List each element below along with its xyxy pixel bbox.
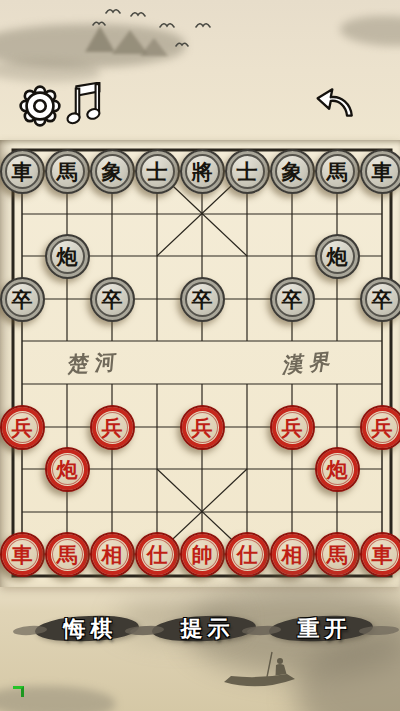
piece-black-advisor[interactable]: 士	[135, 149, 180, 194]
boat-illustration	[222, 648, 297, 698]
piece-black-horse[interactable]: 馬	[315, 149, 360, 194]
piece-black-soldier[interactable]: 卒	[270, 277, 315, 322]
piece-black-chariot[interactable]: 車	[360, 149, 400, 194]
undo-arrow-icon	[315, 86, 357, 120]
fps-marker	[13, 686, 24, 697]
music-button[interactable]	[64, 82, 104, 126]
river-label-han: 漢界	[281, 346, 339, 379]
piece-black-soldier[interactable]: 卒	[0, 277, 45, 322]
piece-red-soldier[interactable]: 兵	[360, 405, 400, 450]
piece-red-advisor[interactable]: 仕	[225, 532, 270, 577]
piece-black-soldier[interactable]: 卒	[360, 277, 400, 322]
restart-label: 重开	[257, 610, 387, 648]
piece-black-horse[interactable]: 馬	[45, 149, 90, 194]
piece-red-chariot[interactable]: 車	[360, 532, 400, 577]
piece-red-soldier[interactable]: 兵	[180, 405, 225, 450]
xiangqi-board[interactable]	[0, 140, 400, 587]
piece-red-general[interactable]: 帥	[180, 532, 225, 577]
river-label-chu: 楚河	[67, 348, 123, 379]
piece-red-advisor[interactable]: 仕	[135, 532, 180, 577]
piece-red-cannon[interactable]: 炮	[45, 447, 90, 492]
piece-red-chariot[interactable]: 車	[0, 532, 45, 577]
piece-black-elephant[interactable]: 象	[90, 149, 135, 194]
piece-black-cannon[interactable]: 炮	[45, 234, 90, 279]
piece-black-chariot[interactable]: 車	[0, 149, 45, 194]
piece-red-elephant[interactable]: 相	[90, 532, 135, 577]
piece-black-advisor[interactable]: 士	[225, 149, 270, 194]
piece-black-elephant[interactable]: 象	[270, 149, 315, 194]
piece-red-horse[interactable]: 馬	[45, 532, 90, 577]
music-note-icon	[65, 82, 103, 126]
piece-red-soldier[interactable]: 兵	[0, 405, 45, 450]
piece-black-soldier[interactable]: 卒	[180, 277, 225, 322]
game-screen: 楚河 漢界 車馬象士將士象馬車炮炮卒卒卒卒卒兵兵兵兵兵炮炮車馬相仕帥仕相馬車 悔…	[0, 0, 400, 711]
undo-button[interactable]	[314, 86, 358, 122]
piece-red-soldier[interactable]: 兵	[270, 405, 315, 450]
piece-black-general[interactable]: 將	[180, 149, 225, 194]
restart-button[interactable]: 重开	[257, 610, 387, 648]
piece-red-elephant[interactable]: 相	[270, 532, 315, 577]
piece-black-cannon[interactable]: 炮	[315, 234, 360, 279]
piece-black-soldier[interactable]: 卒	[90, 277, 135, 322]
gear-icon	[18, 84, 62, 128]
piece-red-cannon[interactable]: 炮	[315, 447, 360, 492]
piece-red-soldier[interactable]: 兵	[90, 405, 135, 450]
piece-red-horse[interactable]: 馬	[315, 532, 360, 577]
settings-button[interactable]	[18, 84, 62, 128]
